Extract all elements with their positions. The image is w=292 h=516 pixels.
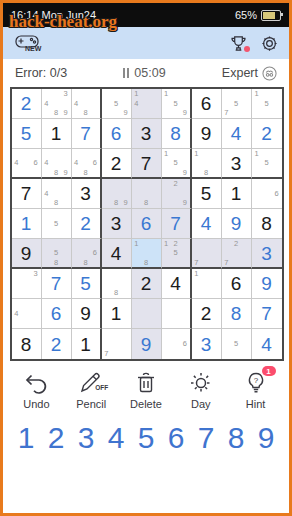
pencil-notes: 59	[102, 89, 131, 118]
cell-r8c2[interactable]: 6	[42, 299, 72, 329]
pencil-notes: 159	[162, 149, 190, 177]
cell-r9c3[interactable]: 1	[72, 329, 102, 359]
pencil-notes: 18	[192, 149, 221, 177]
expert-icon	[262, 66, 277, 81]
battery-icon	[261, 10, 281, 21]
action-label: Undo	[23, 398, 49, 410]
cell-r3c2[interactable]: 489	[42, 149, 72, 179]
action-label: Day	[191, 398, 211, 410]
number-pad: 123456789	[3, 414, 289, 456]
cell-r7c4[interactable]: 8	[102, 269, 132, 299]
given-digit: 2	[111, 154, 122, 173]
cell-r5c3[interactable]: 2	[72, 209, 102, 239]
pencil-notes: 27	[222, 239, 251, 267]
status-bar: 16:14 Mon Jun24 65%	[3, 3, 289, 27]
user-digit: 2	[261, 124, 272, 143]
pencil-notes: 48	[72, 89, 100, 118]
cell-r6c5[interactable]: 18	[132, 239, 162, 269]
user-digit: 2	[21, 94, 32, 113]
given-digit: 3	[231, 154, 242, 173]
given-digit: 1	[111, 304, 122, 323]
trophy-button[interactable]	[229, 34, 248, 53]
pencil-notes: 57	[222, 89, 251, 118]
cell-r3c1[interactable]: 46	[12, 149, 42, 179]
cell-r2c6[interactable]: 8	[162, 119, 192, 149]
cell-r5c8[interactable]: 9	[222, 209, 252, 239]
pencil-notes: 159	[162, 89, 190, 118]
pencil-notes: 1	[192, 269, 221, 298]
cell-r7c7[interactable]: 1	[192, 269, 222, 299]
given-digit: 6	[201, 94, 212, 113]
cell-r2c5[interactable]: 3	[132, 119, 162, 149]
status-time: 16:14 Mon Jun24	[11, 9, 96, 21]
cell-r9c7[interactable]: 3	[192, 329, 222, 359]
cell-r1c1[interactable]: 2	[12, 89, 42, 119]
numpad-4[interactable]: 4	[108, 420, 125, 456]
cell-r4c5[interactable]: 8	[132, 179, 162, 209]
user-digit: 6	[111, 124, 122, 143]
given-digit: 6	[231, 274, 242, 293]
error-counter: Error: 0/3	[15, 66, 67, 80]
pencil-notes: 489	[42, 149, 71, 177]
given-digit: 3	[80, 184, 91, 203]
cell-r4c1[interactable]: 7	[12, 179, 42, 209]
user-digit: 3	[201, 335, 212, 354]
cell-r2c2[interactable]: 1	[42, 119, 72, 149]
cell-r3c5[interactable]: 7	[132, 149, 162, 179]
cell-r2c4[interactable]: 6	[102, 119, 132, 149]
cell-r2c3[interactable]: 7	[72, 119, 102, 149]
numpad-2[interactable]: 2	[48, 420, 65, 456]
cell-r3c7[interactable]: 18	[192, 149, 222, 179]
user-digit: 2	[80, 214, 91, 233]
cell-r5c5[interactable]: 6	[132, 209, 162, 239]
given-digit: 2	[141, 274, 152, 293]
pencil-notes: 29	[162, 179, 190, 208]
given-digit: 1	[80, 335, 91, 354]
pencil-notes: 15	[252, 89, 282, 118]
cell-r6c9[interactable]: 3	[252, 239, 282, 269]
pause-button[interactable]	[123, 68, 129, 78]
settings-button[interactable]	[260, 34, 279, 53]
pencil-notes: 6	[252, 179, 282, 208]
cell-r2c7[interactable]: 9	[192, 119, 222, 149]
given-digit: 3	[141, 124, 152, 143]
cell-r4c4[interactable]: 89	[102, 179, 132, 209]
user-digit: 5	[21, 124, 32, 143]
difficulty-label: Expert	[222, 66, 258, 80]
pencil-notes: 6	[162, 329, 190, 359]
given-digit: 7	[141, 154, 152, 173]
sun-icon	[188, 371, 214, 395]
pencil-notes: 125	[162, 239, 190, 267]
cell-r3c6[interactable]: 159	[162, 149, 192, 179]
pencil-notes: 7	[192, 239, 221, 267]
pencil-notes: 5	[42, 209, 71, 238]
cell-r9c4[interactable]: 7	[102, 329, 132, 359]
numpad-8[interactable]: 8	[228, 420, 245, 456]
cell-r4c3[interactable]: 3	[72, 179, 102, 209]
hint-count-badge: 1	[262, 366, 276, 376]
pencil-notes: 18	[132, 239, 161, 267]
pencil-notes: 3	[12, 269, 41, 298]
cell-r1c6[interactable]: 159	[162, 89, 192, 119]
user-digit: 9	[261, 274, 272, 293]
new-label: NEW	[25, 45, 41, 52]
cell-r5c7[interactable]: 4	[192, 209, 222, 239]
cell-r9c1[interactable]: 8	[12, 329, 42, 359]
info-bar: Error: 0/3 05:09 Expert	[3, 59, 289, 87]
given-digit: 2	[201, 304, 212, 323]
cell-r7c2[interactable]: 7	[42, 269, 72, 299]
cell-r5c2[interactable]: 5	[42, 209, 72, 239]
pencil-notes: 89	[102, 179, 131, 208]
pencil-notes: 4	[12, 299, 41, 328]
cell-r8c8[interactable]: 8	[222, 299, 252, 329]
pencil-off-badge: OFF	[95, 384, 108, 391]
action-label: Delete	[130, 398, 162, 410]
cell-r7c6[interactable]: 4	[162, 269, 192, 299]
cell-r4c7[interactable]: 5	[192, 179, 222, 209]
cell-r1c4[interactable]: 59	[102, 89, 132, 119]
cell-r7c8[interactable]: 6	[222, 269, 252, 299]
timer: 05:09	[134, 66, 165, 80]
sudoku-board: 2348948591415965715517638942464894682715…	[10, 87, 284, 361]
user-digit: 6	[141, 214, 152, 233]
cell-r7c9[interactable]: 9	[252, 269, 282, 299]
action-bar: UndoOFFPencilDeleteDay?1Hint	[3, 361, 289, 414]
cell-r9c2[interactable]: 2	[42, 329, 72, 359]
cell-r9c8[interactable]: 5	[222, 329, 252, 359]
cell-r5c4[interactable]: 3	[102, 209, 132, 239]
cell-r8c1[interactable]: 4	[12, 299, 42, 329]
pencil-notes: 68	[72, 239, 100, 267]
pencil-notes: 8	[102, 269, 131, 298]
cell-r7c1[interactable]: 3	[12, 269, 42, 299]
cell-r6c4[interactable]: 4	[102, 239, 132, 269]
cell-r2c8[interactable]: 4	[222, 119, 252, 149]
user-digit: 7	[51, 274, 62, 293]
cell-r6c6[interactable]: 125	[162, 239, 192, 269]
user-digit: 3	[261, 244, 272, 263]
cell-r1c2[interactable]: 3489	[42, 89, 72, 119]
cell-r2c9[interactable]: 2	[252, 119, 282, 149]
user-digit: 6	[51, 304, 62, 323]
pencil-notes: 3489	[42, 89, 71, 118]
svg-text:?: ?	[253, 376, 258, 385]
cell-r1c8[interactable]: 57	[222, 89, 252, 119]
cell-r5c6[interactable]: 7	[162, 209, 192, 239]
user-digit: 9	[141, 335, 152, 354]
cell-r7c3[interactable]: 5	[72, 269, 102, 299]
day-button[interactable]: Day	[179, 371, 223, 410]
cell-r6c1[interactable]: 9	[12, 239, 42, 269]
user-digit: 1	[21, 214, 32, 233]
given-digit: 8	[21, 335, 32, 354]
given-digit: 1	[51, 124, 62, 143]
given-digit: 8	[261, 214, 272, 233]
pencil-icon	[78, 371, 104, 395]
cell-r8c6[interactable]	[162, 299, 192, 329]
cell-r4c9[interactable]: 6	[252, 179, 282, 209]
numpad-7[interactable]: 7	[198, 420, 215, 456]
cell-r3c3[interactable]: 468	[72, 149, 102, 179]
cell-r6c2[interactable]: 58	[42, 239, 72, 269]
cell-r4c6[interactable]: 29	[162, 179, 192, 209]
cell-r9c9[interactable]: 4	[252, 329, 282, 359]
pencil-notes: 15	[252, 149, 282, 177]
pencil-notes: 46	[12, 149, 41, 177]
pencil-notes: 48	[42, 179, 71, 208]
cell-r5c9[interactable]: 8	[252, 209, 282, 239]
trash-icon	[134, 371, 158, 395]
cell-r8c9[interactable]: 7	[252, 299, 282, 329]
cell-r8c4[interactable]: 1	[102, 299, 132, 329]
cell-r8c5[interactable]	[132, 299, 162, 329]
action-label: Hint	[246, 398, 266, 410]
battery-percent: 65%	[235, 9, 257, 21]
user-digit: 7	[170, 214, 181, 233]
cell-r9c5[interactable]: 9	[132, 329, 162, 359]
user-digit: 8	[231, 304, 242, 323]
user-digit: 8	[170, 124, 181, 143]
undo-button[interactable]: Undo	[14, 373, 58, 410]
app-toolbar: NEW	[3, 27, 289, 59]
hint-button[interactable]: ?1Hint	[234, 371, 278, 410]
notification-dot	[244, 46, 250, 52]
user-digit: 4	[231, 124, 242, 143]
cell-r7c5[interactable]: 2	[132, 269, 162, 299]
cell-r3c8[interactable]: 3	[222, 149, 252, 179]
delete-button[interactable]: Delete	[124, 371, 168, 410]
given-digit: 1	[231, 184, 242, 203]
given-digit: 9	[201, 124, 212, 143]
cell-r5c1[interactable]: 1	[12, 209, 42, 239]
cell-r6c8[interactable]: 27	[222, 239, 252, 269]
user-digit: 9	[231, 214, 242, 233]
cell-r3c9[interactable]: 15	[252, 149, 282, 179]
cell-r1c5[interactable]: 14	[132, 89, 162, 119]
undo-icon	[23, 373, 49, 395]
given-digit: 9	[21, 244, 32, 263]
cell-r1c7[interactable]: 6	[192, 89, 222, 119]
given-digit: 5	[201, 184, 212, 203]
new-game-button[interactable]: NEW	[13, 34, 41, 52]
user-digit: 2	[51, 335, 62, 354]
cell-r8c3[interactable]: 9	[72, 299, 102, 329]
pencil-notes: 468	[72, 149, 100, 177]
cell-r2c1[interactable]: 5	[12, 119, 42, 149]
pencil-notes: 14	[132, 89, 161, 118]
user-digit: 4	[261, 335, 272, 354]
pencil-notes: 5	[222, 329, 251, 359]
user-digit: 4	[201, 214, 212, 233]
board-container: 2348948591415965715517638942464894682715…	[10, 87, 283, 361]
pencil-notes: 8	[132, 179, 161, 208]
numpad-3[interactable]: 3	[78, 420, 95, 456]
given-digit: 3	[111, 214, 122, 233]
cell-r1c3[interactable]: 48	[72, 89, 102, 119]
pencil-notes: 7	[102, 329, 131, 359]
cell-r1c9[interactable]: 15	[252, 89, 282, 119]
given-digit: 9	[80, 304, 91, 323]
user-digit: 7	[261, 304, 272, 323]
cell-r6c7[interactable]: 7	[192, 239, 222, 269]
numpad-5[interactable]: 5	[138, 420, 155, 456]
cell-r6c3[interactable]: 68	[72, 239, 102, 269]
numpad-6[interactable]: 6	[168, 420, 185, 456]
given-digit: 4	[170, 274, 181, 293]
cell-r3c4[interactable]: 2	[102, 149, 132, 179]
cell-r8c7[interactable]: 2	[192, 299, 222, 329]
given-digit: 7	[21, 184, 32, 203]
user-digit: 5	[80, 274, 91, 293]
sudoku-app: hack-cheat.org 16:14 Mon Jun24 65% NEW	[0, 0, 292, 516]
pencil-button[interactable]: OFFPencil	[69, 371, 113, 410]
pencil-notes: 58	[42, 239, 71, 267]
numpad-9[interactable]: 9	[258, 420, 275, 456]
cell-r9c6[interactable]: 6	[162, 329, 192, 359]
user-digit: 7	[80, 124, 91, 143]
cell-r4c8[interactable]: 1	[222, 179, 252, 209]
cell-r4c2[interactable]: 48	[42, 179, 72, 209]
numpad-1[interactable]: 1	[18, 420, 35, 456]
given-digit: 4	[111, 244, 122, 263]
action-label: Pencil	[76, 398, 106, 410]
